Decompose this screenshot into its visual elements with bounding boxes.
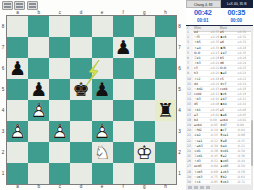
black-eval-9: +0.24 bbox=[236, 71, 246, 75]
white-eval-6: +0.28 bbox=[209, 56, 219, 60]
black-eval-11: +0.19 bbox=[236, 82, 246, 86]
white-eval-24: -0.38 bbox=[209, 149, 219, 153]
square-a5[interactable] bbox=[7, 79, 28, 100]
rank-label-2: 2 bbox=[0, 142, 6, 163]
square-f1[interactable] bbox=[113, 163, 134, 184]
white-eval-2: +0.28 bbox=[209, 35, 219, 39]
move-number-25: 25 bbox=[186, 154, 193, 158]
black-move-19[interactable]: ♛d7 bbox=[219, 123, 236, 127]
white-move-29[interactable]: ♘xb3 bbox=[193, 175, 209, 179]
square-h1[interactable] bbox=[155, 163, 176, 184]
white-eval-10: +0.18 bbox=[209, 77, 219, 81]
top-toolbar bbox=[0, 0, 180, 10]
black-eval-19: 0.00 bbox=[236, 123, 246, 127]
square-c8[interactable] bbox=[49, 16, 70, 37]
square-b3[interactable] bbox=[28, 121, 49, 142]
white-move-11[interactable]: d4 bbox=[193, 82, 209, 86]
white-pawn[interactable]: ♟ bbox=[28, 100, 49, 121]
rank-label-5: 5 bbox=[0, 79, 6, 100]
square-c6[interactable] bbox=[49, 58, 70, 79]
file-label-h: h bbox=[155, 184, 176, 190]
square-g5[interactable] bbox=[134, 79, 155, 100]
square-e1[interactable] bbox=[92, 163, 113, 184]
square-h6[interactable] bbox=[155, 58, 176, 79]
black-move-29[interactable]: ♜b2 bbox=[219, 175, 236, 179]
black-eval-14: +0.12 bbox=[236, 97, 246, 101]
black-eval-20: -0.04 bbox=[236, 128, 246, 132]
rank-label-1: 1 bbox=[177, 163, 183, 184]
square-g2[interactable]: ♚♔ bbox=[134, 142, 155, 163]
white-eval-26: -0.52 bbox=[209, 159, 219, 163]
black-move-11[interactable]: ♛c7 bbox=[219, 82, 236, 86]
black-move-13[interactable]: ♞c6 bbox=[219, 92, 236, 96]
square-f3[interactable] bbox=[113, 121, 134, 142]
square-e7[interactable] bbox=[92, 37, 113, 58]
white-eval-18: 0.00 bbox=[209, 118, 219, 122]
white-eval-12: +0.15 bbox=[209, 87, 219, 91]
white-move-26[interactable]: ♗d3 bbox=[193, 159, 209, 163]
move-number-21: 21 bbox=[186, 133, 193, 137]
square-f4[interactable] bbox=[113, 100, 134, 121]
square-h8[interactable] bbox=[155, 16, 176, 37]
square-b1[interactable] bbox=[28, 163, 49, 184]
black-eval-12: +0.18 bbox=[236, 87, 246, 91]
black-eval-28: -0.58 bbox=[236, 170, 246, 174]
file-label-c: c bbox=[49, 184, 70, 190]
square-h3[interactable] bbox=[155, 121, 176, 142]
rank-label-8: 8 bbox=[0, 16, 6, 37]
square-c5[interactable] bbox=[49, 79, 70, 100]
white-clock: 00:42 bbox=[186, 8, 220, 18]
square-a3[interactable]: ♟♙ bbox=[7, 121, 28, 142]
white-move-9[interactable]: h3 bbox=[193, 71, 209, 75]
square-d4[interactable] bbox=[70, 100, 91, 121]
white-pawn[interactable]: ♟ bbox=[49, 121, 70, 142]
square-b5[interactable]: ♟ bbox=[28, 79, 49, 100]
black-move-18[interactable]: axb4 bbox=[219, 118, 236, 122]
white-move-2[interactable]: ♘f3 bbox=[193, 35, 209, 39]
white-move-13[interactable]: cxd4 bbox=[193, 92, 209, 96]
square-h5[interactable] bbox=[155, 79, 176, 100]
black-move-4[interactable]: ♞f6 bbox=[219, 46, 236, 50]
black-rook[interactable]: ♜ bbox=[155, 100, 176, 121]
move-number-4: 4 bbox=[186, 46, 193, 50]
white-eval-14: +0.10 bbox=[209, 97, 219, 101]
square-g8[interactable] bbox=[134, 16, 155, 37]
move-number-12: 12 bbox=[186, 87, 193, 91]
move-number-2: 2 bbox=[186, 35, 193, 39]
white-move-19[interactable]: axb4 bbox=[193, 123, 209, 127]
white-move-12[interactable]: ♘bd2 bbox=[193, 87, 209, 91]
black-eval-29: -0.64 bbox=[236, 175, 246, 179]
black-eval-4: +0.28 bbox=[236, 46, 246, 50]
black-move-3[interactable]: a6 bbox=[219, 40, 236, 44]
white-move-4[interactable]: ♗a4 bbox=[193, 46, 209, 50]
white-move-18[interactable]: b4 bbox=[193, 118, 209, 122]
black-eval-17: +0.05 bbox=[236, 113, 246, 117]
black-player-tab[interactable]: LcX 40, 35 B bbox=[221, 0, 254, 8]
black-pawn[interactable]: ♟ bbox=[7, 58, 28, 79]
square-h4[interactable]: ♜ bbox=[155, 100, 176, 121]
white-eval-4: +0.30 bbox=[209, 46, 219, 50]
move-number-11: 11 bbox=[186, 82, 193, 86]
square-d8[interactable] bbox=[70, 16, 91, 37]
black-eval-26: -0.44 bbox=[236, 159, 246, 163]
white-move-22[interactable]: ♘xa1 bbox=[193, 139, 209, 143]
white-eval-27: -0.60 bbox=[209, 164, 219, 168]
square-f7[interactable]: ♟ bbox=[113, 37, 134, 58]
black-eval-2: +0.32 bbox=[236, 35, 246, 39]
black-move-10[interactable]: c5 bbox=[219, 77, 236, 81]
square-c4[interactable] bbox=[49, 100, 70, 121]
black-move-27[interactable]: ♝xd5 bbox=[219, 164, 236, 168]
square-g6[interactable] bbox=[134, 58, 155, 79]
square-h7[interactable] bbox=[155, 37, 176, 58]
rank-labels-left: 87654321 bbox=[0, 16, 6, 184]
square-f2[interactable] bbox=[113, 142, 134, 163]
rank-label-5: 5 bbox=[177, 79, 183, 100]
white-move-27[interactable]: exd5 bbox=[193, 164, 209, 168]
white-move-24[interactable]: ♕d1 bbox=[193, 149, 209, 153]
white-move-17[interactable]: a3 bbox=[193, 113, 209, 117]
black-move-6[interactable]: b5 bbox=[219, 56, 236, 60]
white-move-15[interactable]: d5 bbox=[193, 102, 209, 106]
white-pawn[interactable]: ♟ bbox=[92, 121, 113, 142]
black-eval-6: +0.26 bbox=[236, 56, 246, 60]
square-c2[interactable] bbox=[49, 142, 70, 163]
white-move-28[interactable]: ♗xb5 bbox=[193, 170, 209, 174]
black-eval-13: +0.16 bbox=[236, 92, 246, 96]
move-number-30: 30 bbox=[186, 180, 193, 184]
move-number-6: 6 bbox=[186, 56, 193, 60]
rank-label-4: 4 bbox=[0, 100, 6, 121]
square-g3[interactable] bbox=[134, 121, 155, 142]
white-pawn[interactable]: ♟ bbox=[7, 121, 28, 142]
black-move-23[interactable]: ♛a4 bbox=[219, 144, 236, 148]
window-icon-2[interactable] bbox=[14, 1, 25, 10]
square-a2[interactable] bbox=[7, 142, 28, 163]
black-eval-1: +0.30 bbox=[236, 30, 246, 34]
move-number-14: 14 bbox=[186, 97, 193, 101]
black-eval-27: -0.50 bbox=[236, 164, 246, 168]
white-move-20[interactable]: ♘fd2 bbox=[193, 128, 209, 132]
white-move-10[interactable]: ♗c2 bbox=[193, 77, 209, 81]
black-eval-10: +0.21 bbox=[236, 77, 246, 81]
file-label-g: g bbox=[134, 184, 155, 190]
rank-label-4: 4 bbox=[177, 100, 183, 121]
move-number-26: 26 bbox=[186, 159, 193, 163]
white-eval-8: +0.22 bbox=[209, 66, 219, 70]
rank-label-6: 6 bbox=[0, 58, 6, 79]
white-knight-outline: ♘ bbox=[92, 142, 113, 163]
black-move-26[interactable]: ♞xd5 bbox=[219, 159, 236, 163]
move-number-3: 3 bbox=[186, 40, 193, 44]
file-label-f: f bbox=[113, 184, 134, 190]
white-pawn-outline: ♙ bbox=[7, 121, 28, 142]
black-pawn[interactable]: ♟ bbox=[113, 37, 134, 58]
black-move-7[interactable]: d6 bbox=[219, 61, 236, 65]
black-eval-24: -0.30 bbox=[236, 149, 246, 153]
square-h2[interactable] bbox=[155, 142, 176, 163]
square-b7[interactable] bbox=[28, 37, 49, 58]
white-eval-29: -0.75 bbox=[209, 175, 219, 179]
white-eval-16: +0.05 bbox=[209, 108, 219, 112]
black-move-16[interactable]: a5 bbox=[219, 108, 236, 112]
square-b4[interactable]: ♟♙ bbox=[28, 100, 49, 121]
black-move-20[interactable]: ♞c7 bbox=[219, 128, 236, 132]
black-move-24[interactable]: ♛xd1 bbox=[219, 149, 236, 153]
square-e4[interactable] bbox=[92, 100, 113, 121]
square-g7[interactable] bbox=[134, 37, 155, 58]
square-e2[interactable]: ♞♘ bbox=[92, 142, 113, 163]
white-move-5[interactable]: O-O bbox=[193, 51, 209, 55]
move-number-23: 23 bbox=[186, 144, 193, 148]
white-move-1[interactable]: e4 bbox=[193, 30, 209, 34]
black-move-21[interactable]: ♜xa1 bbox=[219, 133, 236, 137]
white-eval-13: +0.12 bbox=[209, 92, 219, 96]
move-number-13: 13 bbox=[186, 92, 193, 96]
move-number-15: 15 bbox=[186, 102, 193, 106]
move-number-18: 18 bbox=[186, 118, 193, 122]
white-eval-5: +0.25 bbox=[209, 51, 219, 55]
white-king[interactable]: ♚ bbox=[134, 142, 155, 163]
black-eval-23: -0.22 bbox=[236, 144, 246, 148]
square-f8[interactable] bbox=[113, 16, 134, 37]
square-e3[interactable]: ♟♙ bbox=[92, 121, 113, 142]
move-number-28: 28 bbox=[186, 170, 193, 174]
move-number-1: 1 bbox=[186, 30, 193, 34]
white-pawn-outline: ♙ bbox=[92, 121, 113, 142]
move-number-27: 27 bbox=[186, 164, 193, 168]
black-eval-25: -0.36 bbox=[236, 154, 246, 158]
rank-label-7: 7 bbox=[177, 37, 183, 58]
square-d1[interactable] bbox=[70, 163, 91, 184]
move-number-19: 19 bbox=[186, 123, 193, 127]
white-pawn-outline: ♙ bbox=[28, 100, 49, 121]
move-number-9: 9 bbox=[186, 71, 193, 75]
rank-label-6: 6 bbox=[177, 58, 183, 79]
white-move-30[interactable]: ♗c4 bbox=[193, 180, 209, 184]
black-eval-7: +0.29 bbox=[236, 61, 246, 65]
move-list[interactable]: 1e4+0.33e5+0.302♘f3+0.28♞c6+0.323♗b5+0.3… bbox=[186, 30, 250, 185]
move-number-10: 10 bbox=[186, 77, 193, 81]
square-a1[interactable] bbox=[7, 163, 28, 184]
white-eval-28: -0.68 bbox=[209, 170, 219, 174]
black-clock: 00:35 bbox=[220, 8, 254, 18]
rank-label-2: 2 bbox=[177, 142, 183, 163]
white-eval-30: -0.85 bbox=[209, 180, 219, 184]
move-number-8: 8 bbox=[186, 66, 193, 70]
black-move-15[interactable]: ♞b4 bbox=[219, 102, 236, 106]
black-move-22[interactable]: ♜a8 bbox=[219, 139, 236, 143]
movelist-scrollbar[interactable] bbox=[251, 30, 254, 185]
square-c1[interactable] bbox=[49, 163, 70, 184]
black-move-2[interactable]: ♞c6 bbox=[219, 35, 236, 39]
check-lightning-icon bbox=[85, 60, 102, 87]
move-number-22: 22 bbox=[186, 139, 193, 143]
black-eval-5: +0.30 bbox=[236, 51, 246, 55]
file-labels-bottom: abcdefgh bbox=[7, 184, 176, 190]
square-d3[interactable] bbox=[70, 121, 91, 142]
square-g4[interactable] bbox=[134, 100, 155, 121]
white-eval-25: -0.45 bbox=[209, 154, 219, 158]
square-f6[interactable] bbox=[113, 58, 134, 79]
black-move-30[interactable]: ♜xb3 bbox=[219, 180, 236, 184]
chess-board-area: abcdefgh 87654321 ♟♟♟♚♟♟♙♜♟♙♟♙♟♙♞♘♚♔ 876… bbox=[0, 10, 182, 190]
black-move-28[interactable]: ♝xb3 bbox=[219, 170, 236, 174]
white-knight[interactable]: ♞ bbox=[92, 142, 113, 163]
white-eval-17: +0.02 bbox=[209, 113, 219, 117]
white-eval-21: -0.15 bbox=[209, 133, 219, 137]
square-d7[interactable] bbox=[70, 37, 91, 58]
square-g1[interactable] bbox=[134, 163, 155, 184]
square-e8[interactable] bbox=[92, 16, 113, 37]
black-move-1[interactable]: e5 bbox=[219, 30, 236, 34]
white-king-outline: ♔ bbox=[134, 142, 155, 163]
square-a4[interactable] bbox=[7, 100, 28, 121]
window-icon-3[interactable] bbox=[27, 1, 38, 10]
black-move-5[interactable]: ♝e7 bbox=[219, 51, 236, 55]
black-eval-8: +0.25 bbox=[236, 66, 246, 70]
rank-label-3: 3 bbox=[177, 121, 183, 142]
black-eval-16: +0.08 bbox=[236, 108, 246, 112]
window-icon-1[interactable] bbox=[2, 1, 13, 10]
rank-label-8: 8 bbox=[177, 16, 183, 37]
black-pawn[interactable]: ♟ bbox=[28, 79, 49, 100]
square-c7[interactable] bbox=[49, 37, 70, 58]
rank-label-1: 1 bbox=[0, 163, 6, 184]
move-number-17: 17 bbox=[186, 113, 193, 117]
square-d2[interactable] bbox=[70, 142, 91, 163]
square-b6[interactable] bbox=[28, 58, 49, 79]
square-a7[interactable] bbox=[7, 37, 28, 58]
move-number-16: 16 bbox=[186, 108, 193, 112]
square-b8[interactable] bbox=[28, 16, 49, 37]
white-eval-1: +0.33 bbox=[209, 30, 219, 34]
white-move-3[interactable]: ♗b5 bbox=[193, 40, 209, 44]
white-move-6[interactable]: ♖e1 bbox=[193, 56, 209, 60]
file-label-b: b bbox=[28, 184, 49, 190]
white-eval-19: -0.05 bbox=[209, 123, 219, 127]
game-panel: Chang 4, 83 LcX 40, 35 B 00:42 00:35 00:… bbox=[186, 0, 253, 190]
move-number-20: 20 bbox=[186, 128, 193, 132]
white-eval-9: +0.20 bbox=[209, 71, 219, 75]
white-delay-clock: 00:01 bbox=[186, 18, 220, 25]
rank-label-3: 3 bbox=[0, 121, 6, 142]
square-a8[interactable] bbox=[7, 16, 28, 37]
move-number-24: 24 bbox=[186, 149, 193, 153]
black-eval-15: +0.10 bbox=[236, 102, 246, 106]
move-number-29: 29 bbox=[186, 175, 193, 179]
black-move-8[interactable]: O-O bbox=[219, 66, 236, 70]
white-move-8[interactable]: c3 bbox=[193, 66, 209, 70]
move-number-5: 5 bbox=[186, 51, 193, 55]
black-move-14[interactable]: ♝b7 bbox=[219, 97, 236, 101]
black-eval-18: +0.02 bbox=[236, 118, 246, 122]
white-eval-22: -0.22 bbox=[209, 139, 219, 143]
square-f5[interactable] bbox=[113, 79, 134, 100]
chess-board[interactable]: ♟♟♟♚♟♟♙♜♟♙♟♙♟♙♞♘♚♔ bbox=[7, 16, 176, 184]
black-eval-30: -0.72 bbox=[236, 180, 246, 184]
white-eval-20: -0.10 bbox=[209, 128, 219, 132]
white-move-7[interactable]: ♗b3 bbox=[193, 61, 209, 65]
white-move-16[interactable]: ♗b1 bbox=[193, 108, 209, 112]
white-eval-15: +0.08 bbox=[209, 102, 219, 106]
black-delay-clock: 00:00 bbox=[220, 18, 254, 25]
rank-labels-right: 87654321 bbox=[177, 16, 183, 184]
black-eval-3: +0.31 bbox=[236, 40, 246, 44]
white-eval-11: +0.20 bbox=[209, 82, 219, 86]
white-move-14[interactable]: ♘b3 bbox=[193, 97, 209, 101]
panel-status-bar bbox=[186, 185, 253, 190]
file-label-d: d bbox=[70, 184, 91, 190]
black-move-9[interactable]: ♞a5 bbox=[219, 71, 236, 75]
file-label-e: e bbox=[92, 184, 113, 190]
black-move-25[interactable]: ♜a2 bbox=[219, 154, 236, 158]
white-eval-23: -0.30 bbox=[209, 144, 219, 148]
white-eval-3: +0.35 bbox=[209, 40, 219, 44]
white-move-21[interactable]: ♕e2 bbox=[193, 133, 209, 137]
square-a6[interactable]: ♟ bbox=[7, 58, 28, 79]
white-move-23[interactable]: ♘ab3 bbox=[193, 144, 209, 148]
square-c3[interactable]: ♟♙ bbox=[49, 121, 70, 142]
white-move-25[interactable]: ♖xd1 bbox=[193, 154, 209, 158]
black-move-17[interactable]: ♞a6 bbox=[219, 113, 236, 117]
white-player-tab[interactable]: Chang 4, 83 bbox=[186, 0, 221, 8]
file-label-a: a bbox=[7, 184, 28, 190]
square-b2[interactable] bbox=[28, 142, 49, 163]
black-eval-21: -0.08 bbox=[236, 133, 246, 137]
black-move-12[interactable]: cxd4 bbox=[219, 87, 236, 91]
white-pawn-outline: ♙ bbox=[49, 121, 70, 142]
rank-label-7: 7 bbox=[0, 37, 6, 58]
black-eval-22: -0.15 bbox=[236, 139, 246, 143]
move-number-7: 7 bbox=[186, 61, 193, 65]
white-eval-7: +0.24 bbox=[209, 61, 219, 65]
